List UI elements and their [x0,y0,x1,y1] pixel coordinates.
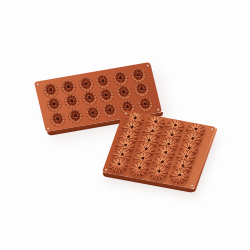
bundt-ring-cavity [129,67,147,84]
bundt-ring-cavity [80,90,98,107]
bundt-ring-cavity [112,70,130,87]
corner-hole [211,128,214,130]
bundt-ring-cavity [94,73,112,90]
bundt-ring-cavity [98,87,116,104]
bundt-ring-cavity [115,84,133,101]
bundt-ring-cavity [45,96,63,113]
bundt-ring-cavity [66,108,84,125]
corner-hole [191,185,194,187]
bundt-ring-cavity [101,102,119,119]
bundt-ring-cavity [49,111,67,128]
bundt-ring-cavity [77,76,95,93]
corner-hole [36,83,38,85]
bundt-ring-cavity [63,93,81,110]
bundt-ring-cavity [133,81,151,98]
corner-hole [147,64,149,66]
product-photo [0,0,250,250]
bundt-ring-cavity [136,96,154,113]
bundt-ring-cavity [59,79,77,96]
corner-hole [47,127,49,129]
corner-hole [105,169,108,171]
corner-hole [157,108,159,110]
bundt-ring-cavity [42,82,60,99]
bundt-ring-cavity [84,105,102,122]
mold-tray-underside-view [102,110,216,189]
